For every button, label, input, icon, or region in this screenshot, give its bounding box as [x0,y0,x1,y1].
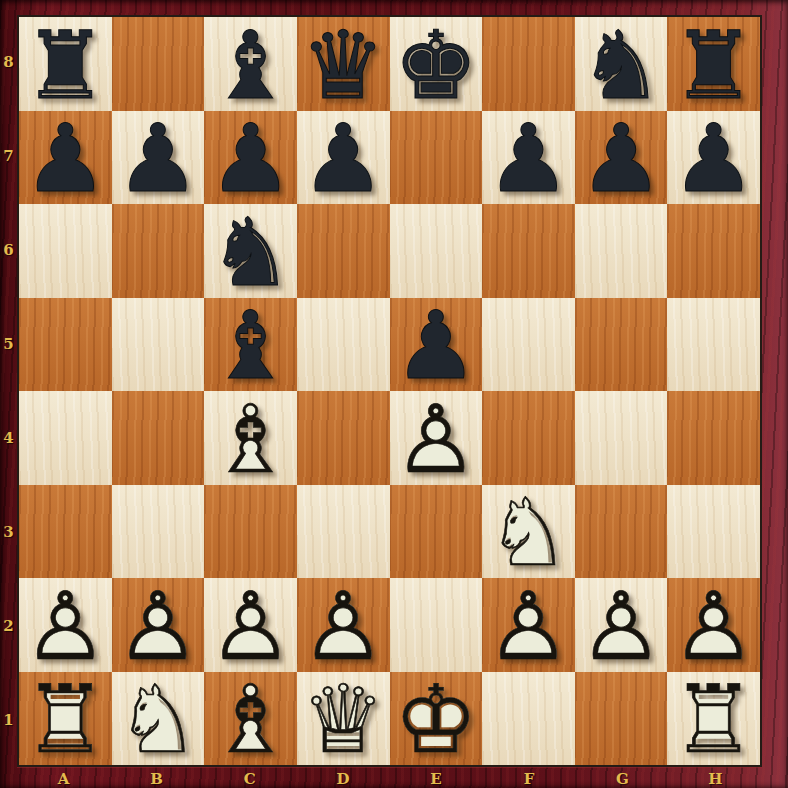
square-h7[interactable]: ♟ [667,111,760,205]
square-h3[interactable] [667,485,760,579]
square-b4[interactable] [112,391,205,485]
file-labels: ABCDEFGH [17,767,762,788]
black-pawn-e5: ♟ [390,298,483,392]
square-g3[interactable] [575,485,668,579]
white-king-e1: ♚♔ [390,672,483,766]
square-b5[interactable] [112,298,205,392]
black-pawn-h7: ♟ [667,111,760,205]
white-bishop-c4: ♝♗ [204,391,297,485]
white-knight-b1: ♞♘ [112,672,205,766]
rank-label-4: 4 [0,391,17,485]
rank-label-7: 7 [0,109,17,203]
black-pawn-b7: ♟ [112,111,205,205]
white-pawn-g2: ♟♙ [575,578,668,672]
square-g4[interactable] [575,391,668,485]
file-label-f: F [483,768,576,788]
black-knight-c6: ♞ [204,204,297,298]
square-e1[interactable]: ♚♔ [390,672,483,766]
white-pawn-e4: ♟♙ [390,391,483,485]
square-d5[interactable] [297,298,390,392]
black-pawn-f7: ♟ [482,111,575,205]
file-label-e: E [390,768,483,788]
square-f5[interactable] [482,298,575,392]
square-e2[interactable] [390,578,483,672]
square-g6[interactable] [575,204,668,298]
square-e7[interactable] [390,111,483,205]
square-g1[interactable] [575,672,668,766]
square-b2[interactable]: ♟♙ [112,578,205,672]
square-b7[interactable]: ♟ [112,111,205,205]
file-label-c: C [203,768,296,788]
black-knight-g8: ♞ [575,17,668,111]
rank-label-8: 8 [0,15,17,109]
rank-label-1: 1 [0,673,17,767]
black-pawn-d7: ♟ [297,111,390,205]
square-c2[interactable]: ♟♙ [204,578,297,672]
white-pawn-b2: ♟♙ [112,578,205,672]
file-label-g: G [576,768,669,788]
square-a4[interactable] [19,391,112,485]
file-label-a: A [17,768,110,788]
rank-labels: 87654321 [0,15,17,767]
square-b6[interactable] [112,204,205,298]
black-rook-a8: ♜ [19,17,112,111]
file-label-b: B [110,768,203,788]
square-e3[interactable] [390,485,483,579]
rank-label-5: 5 [0,297,17,391]
white-pawn-h2: ♟♙ [667,578,760,672]
square-g5[interactable] [575,298,668,392]
black-bishop-c5: ♝ [204,298,297,392]
square-h4[interactable] [667,391,760,485]
white-rook-h1: ♜♖ [667,672,760,766]
square-f4[interactable] [482,391,575,485]
square-c5[interactable]: ♝ [204,298,297,392]
white-knight-f3: ♞♘ [482,485,575,579]
file-label-d: D [296,768,389,788]
white-queen-d1: ♛♕ [297,672,390,766]
square-e6[interactable] [390,204,483,298]
black-pawn-c7: ♟ [204,111,297,205]
square-d4[interactable] [297,391,390,485]
square-g2[interactable]: ♟♙ [575,578,668,672]
black-rook-h8: ♜ [667,17,760,111]
black-bishop-c8: ♝ [204,17,297,111]
square-c1[interactable]: ♝♗ [204,672,297,766]
square-d1[interactable]: ♛♕ [297,672,390,766]
square-h6[interactable] [667,204,760,298]
square-g8[interactable]: ♞ [575,17,668,111]
square-c4[interactable]: ♝♗ [204,391,297,485]
square-h1[interactable]: ♜♖ [667,672,760,766]
rank-label-2: 2 [0,579,17,673]
square-d2[interactable]: ♟♙ [297,578,390,672]
square-e4[interactable]: ♟♙ [390,391,483,485]
white-pawn-c2: ♟♙ [204,578,297,672]
square-f8[interactable] [482,17,575,111]
square-e8[interactable]: ♚ [390,17,483,111]
square-h5[interactable] [667,298,760,392]
square-f3[interactable]: ♞♘ [482,485,575,579]
square-a1[interactable]: ♜♖ [19,672,112,766]
square-g7[interactable]: ♟ [575,111,668,205]
square-a3[interactable] [19,485,112,579]
black-king-e8: ♚ [390,17,483,111]
square-a6[interactable] [19,204,112,298]
square-f6[interactable] [482,204,575,298]
square-c3[interactable] [204,485,297,579]
white-pawn-d2: ♟♙ [297,578,390,672]
square-a5[interactable] [19,298,112,392]
square-f1[interactable] [482,672,575,766]
square-f2[interactable]: ♟♙ [482,578,575,672]
square-b1[interactable]: ♞♘ [112,672,205,766]
square-e5[interactable]: ♟ [390,298,483,392]
square-f7[interactable]: ♟ [482,111,575,205]
white-bishop-c1: ♝♗ [204,672,297,766]
square-h2[interactable]: ♟♙ [667,578,760,672]
white-pawn-f2: ♟♙ [482,578,575,672]
square-b3[interactable] [112,485,205,579]
square-d8[interactable]: ♛ [297,17,390,111]
square-a2[interactable]: ♟♙ [19,578,112,672]
chess-board: ♜♝♛♚♞♜♟♟♟♟♟♟♟♞♝♟♝♗♟♙♞♘♟♙♟♙♟♙♟♙♟♙♟♙♟♙♜♖♞♘… [17,15,762,767]
black-queen-d8: ♛ [297,17,390,111]
square-h8[interactable]: ♜ [667,17,760,111]
square-d7[interactable]: ♟ [297,111,390,205]
black-pawn-a7: ♟ [19,111,112,205]
square-c8[interactable]: ♝ [204,17,297,111]
square-c6[interactable]: ♞ [204,204,297,298]
square-d6[interactable] [297,204,390,298]
square-d3[interactable] [297,485,390,579]
white-pawn-a2: ♟♙ [19,578,112,672]
square-a8[interactable]: ♜ [19,17,112,111]
file-label-h: H [669,768,762,788]
rank-label-3: 3 [0,485,17,579]
white-rook-a1: ♜♖ [19,672,112,766]
square-a7[interactable]: ♟ [19,111,112,205]
square-c7[interactable]: ♟ [204,111,297,205]
black-pawn-g7: ♟ [575,111,668,205]
rank-label-6: 6 [0,203,17,297]
square-b8[interactable] [112,17,205,111]
